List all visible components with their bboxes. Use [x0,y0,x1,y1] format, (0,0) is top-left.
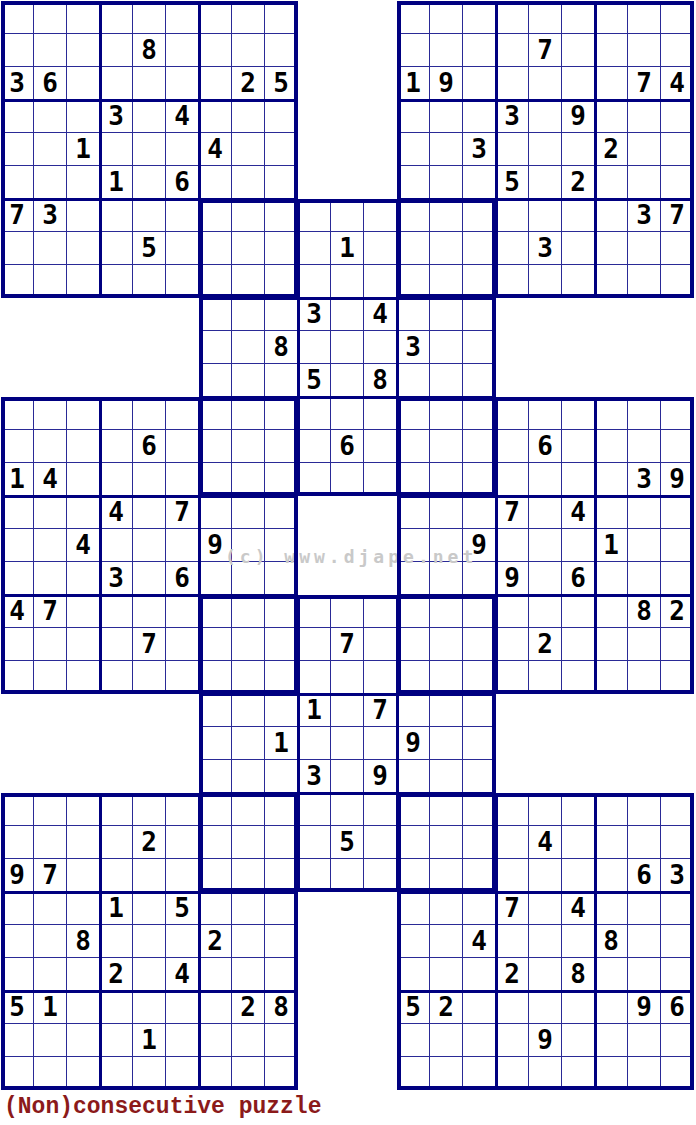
cell-r18c20[interactable] [628,562,661,595]
cell-r17c21[interactable] [661,529,694,562]
cell-r19c7[interactable] [199,595,232,628]
cell-r5c4[interactable] [100,133,133,166]
cell-r24c11[interactable] [331,760,364,793]
cell-r29c19[interactable]: 8 [595,925,628,958]
cell-r29c1[interactable] [1,925,34,958]
cell-r8c9[interactable] [265,232,298,265]
cell-r4c15[interactable] [463,100,496,133]
cell-r27c15[interactable] [463,859,496,892]
cell-r13c5[interactable] [133,397,166,430]
cell-r13c21[interactable] [661,397,694,430]
cell-r28c3[interactable] [67,892,100,925]
cell-r2c3[interactable] [67,34,100,67]
cell-r30c18[interactable]: 8 [562,958,595,991]
cell-r10c12[interactable]: 4 [364,298,397,331]
cell-r4c17[interactable] [529,100,562,133]
cell-r28c6[interactable]: 5 [166,892,199,925]
cell-r25c18[interactable] [562,793,595,826]
cell-r25c15[interactable] [463,793,496,826]
cell-r24c15[interactable] [463,760,496,793]
cell-r27c11[interactable] [331,859,364,892]
cell-r30c2[interactable] [34,958,67,991]
cell-r32c2[interactable] [34,1024,67,1057]
cell-r28c14[interactable] [430,892,463,925]
cell-r15c14[interactable] [430,463,463,496]
cell-r14c11[interactable]: 6 [331,430,364,463]
cell-r28c2[interactable] [34,892,67,925]
cell-r33c7[interactable] [199,1057,232,1090]
cell-r25c4[interactable] [100,793,133,826]
cell-r22c9[interactable] [265,694,298,727]
cell-r8c15[interactable] [463,232,496,265]
cell-r21c17[interactable] [529,661,562,694]
cell-r22c12[interactable]: 7 [364,694,397,727]
cell-r27c1[interactable]: 9 [1,859,34,892]
cell-r15c13[interactable] [397,463,430,496]
cell-r29c18[interactable] [562,925,595,958]
cell-r18c4[interactable]: 3 [100,562,133,595]
cell-r5c2[interactable] [34,133,67,166]
cell-r23c12[interactable] [364,727,397,760]
cell-r30c14[interactable] [430,958,463,991]
cell-r9c16[interactable] [496,265,529,298]
cell-r4c3[interactable] [67,100,100,133]
cell-r31c7[interactable] [199,991,232,1024]
cell-r19c11[interactable] [331,595,364,628]
cell-r18c2[interactable] [34,562,67,595]
cell-r26c20[interactable] [628,826,661,859]
cell-r31c16[interactable] [496,991,529,1024]
cell-r28c7[interactable] [199,892,232,925]
cell-r9c1[interactable] [1,265,34,298]
cell-r16c1[interactable] [1,496,34,529]
cell-r21c8[interactable] [232,661,265,694]
cell-r15c6[interactable] [166,463,199,496]
cell-r23c15[interactable] [463,727,496,760]
cell-r9c11[interactable] [331,265,364,298]
cell-r6c15[interactable] [463,166,496,199]
cell-r5c14[interactable] [430,133,463,166]
cell-r12c12[interactable]: 8 [364,364,397,397]
cell-r29c7[interactable]: 2 [199,925,232,958]
cell-r20c18[interactable] [562,628,595,661]
cell-r19c2[interactable]: 7 [34,595,67,628]
cell-r15c3[interactable] [67,463,100,496]
cell-r32c8[interactable] [232,1024,265,1057]
cell-r5c16[interactable] [496,133,529,166]
cell-r30c6[interactable]: 4 [166,958,199,991]
cell-r14c6[interactable] [166,430,199,463]
cell-r25c14[interactable] [430,793,463,826]
cell-r11c9[interactable]: 8 [265,331,298,364]
cell-r3c17[interactable] [529,67,562,100]
cell-r19c6[interactable] [166,595,199,628]
cell-r4c14[interactable] [430,100,463,133]
cell-r30c17[interactable] [529,958,562,991]
cell-r25c10[interactable] [298,793,331,826]
cell-r30c16[interactable]: 2 [496,958,529,991]
cell-r33c13[interactable] [397,1057,430,1090]
cell-r15c2[interactable]: 4 [34,463,67,496]
cell-r4c20[interactable] [628,100,661,133]
cell-r14c20[interactable] [628,430,661,463]
cell-r15c18[interactable] [562,463,595,496]
cell-r26c1[interactable] [1,826,34,859]
cell-r21c10[interactable] [298,661,331,694]
cell-r26c16[interactable] [496,826,529,859]
cell-r2c2[interactable] [34,34,67,67]
cell-r30c7[interactable] [199,958,232,991]
cell-r31c17[interactable] [529,991,562,1024]
cell-r1c19[interactable] [595,1,628,34]
cell-r21c11[interactable] [331,661,364,694]
cell-r14c14[interactable] [430,430,463,463]
cell-r9c7[interactable] [199,265,232,298]
cell-r33c14[interactable] [430,1057,463,1090]
cell-r15c21[interactable]: 9 [661,463,694,496]
cell-r8c13[interactable] [397,232,430,265]
cell-r16c8[interactable] [232,496,265,529]
cell-r31c18[interactable] [562,991,595,1024]
cell-r27c18[interactable] [562,859,595,892]
cell-r31c19[interactable] [595,991,628,1024]
cell-r19c19[interactable] [595,595,628,628]
cell-r12c11[interactable] [331,364,364,397]
cell-r2c17[interactable]: 7 [529,34,562,67]
cell-r21c19[interactable] [595,661,628,694]
cell-r27c6[interactable] [166,859,199,892]
cell-r32c3[interactable] [67,1024,100,1057]
cell-r30c15[interactable] [463,958,496,991]
cell-r28c9[interactable] [265,892,298,925]
cell-r11c12[interactable] [364,331,397,364]
cell-r2c13[interactable] [397,34,430,67]
cell-r7c17[interactable] [529,199,562,232]
cell-r23c13[interactable]: 9 [397,727,430,760]
cell-r32c19[interactable] [595,1024,628,1057]
cell-r20c8[interactable] [232,628,265,661]
cell-r13c16[interactable] [496,397,529,430]
cell-r14c9[interactable] [265,430,298,463]
cell-r5c6[interactable] [166,133,199,166]
cell-r28c16[interactable]: 7 [496,892,529,925]
cell-r27c13[interactable] [397,859,430,892]
cell-r29c13[interactable] [397,925,430,958]
cell-r3c21[interactable]: 4 [661,67,694,100]
cell-r4c1[interactable] [1,100,34,133]
cell-r21c6[interactable] [166,661,199,694]
cell-r3c9[interactable]: 5 [265,67,298,100]
cell-r19c13[interactable] [397,595,430,628]
cell-r4c6[interactable]: 4 [166,100,199,133]
cell-r32c4[interactable] [100,1024,133,1057]
cell-r8c14[interactable] [430,232,463,265]
cell-r9c9[interactable] [265,265,298,298]
cell-r21c9[interactable] [265,661,298,694]
cell-r7c3[interactable] [67,199,100,232]
cell-r24c7[interactable] [199,760,232,793]
cell-r15c4[interactable] [100,463,133,496]
cell-r4c19[interactable] [595,100,628,133]
cell-r9c6[interactable] [166,265,199,298]
cell-r2c8[interactable] [232,34,265,67]
cell-r20c3[interactable] [67,628,100,661]
cell-r19c20[interactable]: 8 [628,595,661,628]
cell-r4c9[interactable] [265,100,298,133]
cell-r24c13[interactable] [397,760,430,793]
cell-r16c16[interactable]: 7 [496,496,529,529]
cell-r8c20[interactable] [628,232,661,265]
cell-r13c20[interactable] [628,397,661,430]
cell-r10c10[interactable]: 3 [298,298,331,331]
cell-r25c12[interactable] [364,793,397,826]
cell-r18c18[interactable]: 6 [562,562,595,595]
cell-r33c8[interactable] [232,1057,265,1090]
cell-r10c7[interactable] [199,298,232,331]
cell-r13c4[interactable] [100,397,133,430]
cell-r32c14[interactable] [430,1024,463,1057]
cell-r31c15[interactable] [463,991,496,1024]
cell-r22c11[interactable] [331,694,364,727]
cell-r25c5[interactable] [133,793,166,826]
cell-r26c2[interactable] [34,826,67,859]
cell-r17c19[interactable]: 1 [595,529,628,562]
cell-r9c8[interactable] [232,265,265,298]
cell-r26c7[interactable] [199,826,232,859]
cell-r16c9[interactable] [265,496,298,529]
cell-r19c8[interactable] [232,595,265,628]
cell-r1c2[interactable] [34,1,67,34]
cell-r23c10[interactable] [298,727,331,760]
cell-r15c11[interactable] [331,463,364,496]
cell-r30c3[interactable] [67,958,100,991]
cell-r9c14[interactable] [430,265,463,298]
cell-r27c5[interactable] [133,859,166,892]
cell-r26c11[interactable]: 5 [331,826,364,859]
cell-r6c20[interactable] [628,166,661,199]
cell-r25c9[interactable] [265,793,298,826]
cell-r26c5[interactable]: 2 [133,826,166,859]
cell-r32c20[interactable] [628,1024,661,1057]
cell-r29c16[interactable] [496,925,529,958]
cell-r2c15[interactable] [463,34,496,67]
cell-r16c20[interactable] [628,496,661,529]
cell-r11c11[interactable] [331,331,364,364]
cell-r33c2[interactable] [34,1057,67,1090]
cell-r26c15[interactable] [463,826,496,859]
cell-r9c19[interactable] [595,265,628,298]
cell-r29c6[interactable] [166,925,199,958]
cell-r21c18[interactable] [562,661,595,694]
cell-r9c17[interactable] [529,265,562,298]
cell-r1c14[interactable] [430,1,463,34]
cell-r25c1[interactable] [1,793,34,826]
cell-r29c14[interactable] [430,925,463,958]
cell-r31c2[interactable]: 1 [34,991,67,1024]
cell-r17c6[interactable] [166,529,199,562]
cell-r2c16[interactable] [496,34,529,67]
cell-r22c7[interactable] [199,694,232,727]
cell-r25c2[interactable] [34,793,67,826]
cell-r16c7[interactable] [199,496,232,529]
cell-r26c3[interactable] [67,826,100,859]
cell-r21c2[interactable] [34,661,67,694]
cell-r18c17[interactable] [529,562,562,595]
cell-r16c6[interactable]: 7 [166,496,199,529]
cell-r3c4[interactable] [100,67,133,100]
cell-r7c13[interactable] [397,199,430,232]
cell-r23c7[interactable] [199,727,232,760]
cell-r1c21[interactable] [661,1,694,34]
cell-r14c18[interactable] [562,430,595,463]
cell-r15c20[interactable]: 3 [628,463,661,496]
cell-r19c9[interactable] [265,595,298,628]
cell-r27c10[interactable] [298,859,331,892]
cell-r26c18[interactable] [562,826,595,859]
cell-r5c7[interactable]: 4 [199,133,232,166]
cell-r9c10[interactable] [298,265,331,298]
cell-r7c16[interactable] [496,199,529,232]
cell-r6c16[interactable]: 5 [496,166,529,199]
cell-r21c14[interactable] [430,661,463,694]
cell-r15c15[interactable] [463,463,496,496]
cell-r1c1[interactable] [1,1,34,34]
cell-r7c20[interactable]: 3 [628,199,661,232]
cell-r21c12[interactable] [364,661,397,694]
cell-r29c15[interactable]: 4 [463,925,496,958]
cell-r18c19[interactable] [595,562,628,595]
cell-r8c3[interactable] [67,232,100,265]
cell-r18c16[interactable]: 9 [496,562,529,595]
cell-r4c2[interactable] [34,100,67,133]
cell-r25c19[interactable] [595,793,628,826]
cell-r20c5[interactable]: 7 [133,628,166,661]
cell-r25c7[interactable] [199,793,232,826]
cell-r20c14[interactable] [430,628,463,661]
cell-r24c14[interactable] [430,760,463,793]
cell-r25c3[interactable] [67,793,100,826]
cell-r33c6[interactable] [166,1057,199,1090]
cell-r4c16[interactable]: 3 [496,100,529,133]
cell-r25c6[interactable] [166,793,199,826]
cell-r13c11[interactable] [331,397,364,430]
cell-r6c2[interactable] [34,166,67,199]
cell-r20c20[interactable] [628,628,661,661]
cell-r30c8[interactable] [232,958,265,991]
cell-r7c9[interactable] [265,199,298,232]
cell-r30c1[interactable] [1,958,34,991]
cell-r14c2[interactable] [34,430,67,463]
cell-r26c8[interactable] [232,826,265,859]
cell-r1c4[interactable] [100,1,133,34]
cell-r20c21[interactable] [661,628,694,661]
cell-r33c19[interactable] [595,1057,628,1090]
cell-r15c17[interactable] [529,463,562,496]
cell-r19c3[interactable] [67,595,100,628]
cell-r19c12[interactable] [364,595,397,628]
cell-r16c18[interactable]: 4 [562,496,595,529]
cell-r14c7[interactable] [199,430,232,463]
cell-r3c5[interactable] [133,67,166,100]
cell-r6c6[interactable]: 6 [166,166,199,199]
cell-r1c9[interactable] [265,1,298,34]
cell-r5c17[interactable] [529,133,562,166]
cell-r2c6[interactable] [166,34,199,67]
cell-r2c18[interactable] [562,34,595,67]
cell-r19c15[interactable] [463,595,496,628]
cell-r27c3[interactable] [67,859,100,892]
cell-r12c9[interactable] [265,364,298,397]
cell-r32c16[interactable] [496,1024,529,1057]
cell-r2c9[interactable] [265,34,298,67]
cell-r13c18[interactable] [562,397,595,430]
cell-r15c7[interactable] [199,463,232,496]
cell-r20c16[interactable] [496,628,529,661]
cell-r17c5[interactable] [133,529,166,562]
cell-r3c19[interactable] [595,67,628,100]
cell-r10c13[interactable] [397,298,430,331]
cell-r13c10[interactable] [298,397,331,430]
cell-r3c14[interactable]: 9 [430,67,463,100]
cell-r1c3[interactable] [67,1,100,34]
cell-r3c13[interactable]: 1 [397,67,430,100]
cell-r1c5[interactable] [133,1,166,34]
cell-r9c18[interactable] [562,265,595,298]
cell-r15c1[interactable]: 1 [1,463,34,496]
cell-r24c9[interactable] [265,760,298,793]
cell-r32c5[interactable]: 1 [133,1024,166,1057]
cell-r32c17[interactable]: 9 [529,1024,562,1057]
cell-r7c4[interactable] [100,199,133,232]
cell-r10c8[interactable] [232,298,265,331]
cell-r8c1[interactable] [1,232,34,265]
cell-r11c13[interactable]: 3 [397,331,430,364]
cell-r17c20[interactable] [628,529,661,562]
cell-r14c17[interactable]: 6 [529,430,562,463]
cell-r32c6[interactable] [166,1024,199,1057]
cell-r33c17[interactable] [529,1057,562,1090]
cell-r30c9[interactable] [265,958,298,991]
cell-r27c7[interactable] [199,859,232,892]
cell-r19c17[interactable] [529,595,562,628]
cell-r27c12[interactable] [364,859,397,892]
cell-r3c3[interactable] [67,67,100,100]
cell-r17c2[interactable] [34,529,67,562]
cell-r14c16[interactable] [496,430,529,463]
cell-r13c14[interactable] [430,397,463,430]
cell-r31c20[interactable]: 9 [628,991,661,1024]
cell-r14c4[interactable] [100,430,133,463]
cell-r27c16[interactable] [496,859,529,892]
cell-r29c5[interactable] [133,925,166,958]
cell-r13c12[interactable] [364,397,397,430]
cell-r11c7[interactable] [199,331,232,364]
cell-r12c14[interactable] [430,364,463,397]
cell-r33c5[interactable] [133,1057,166,1090]
cell-r20c12[interactable] [364,628,397,661]
cell-r27c14[interactable] [430,859,463,892]
cell-r17c1[interactable] [1,529,34,562]
cell-r29c9[interactable] [265,925,298,958]
cell-r1c20[interactable] [628,1,661,34]
cell-r3c15[interactable] [463,67,496,100]
cell-r11c14[interactable] [430,331,463,364]
cell-r14c1[interactable] [1,430,34,463]
cell-r16c3[interactable] [67,496,100,529]
cell-r2c19[interactable] [595,34,628,67]
cell-r29c8[interactable] [232,925,265,958]
cell-r13c2[interactable] [34,397,67,430]
